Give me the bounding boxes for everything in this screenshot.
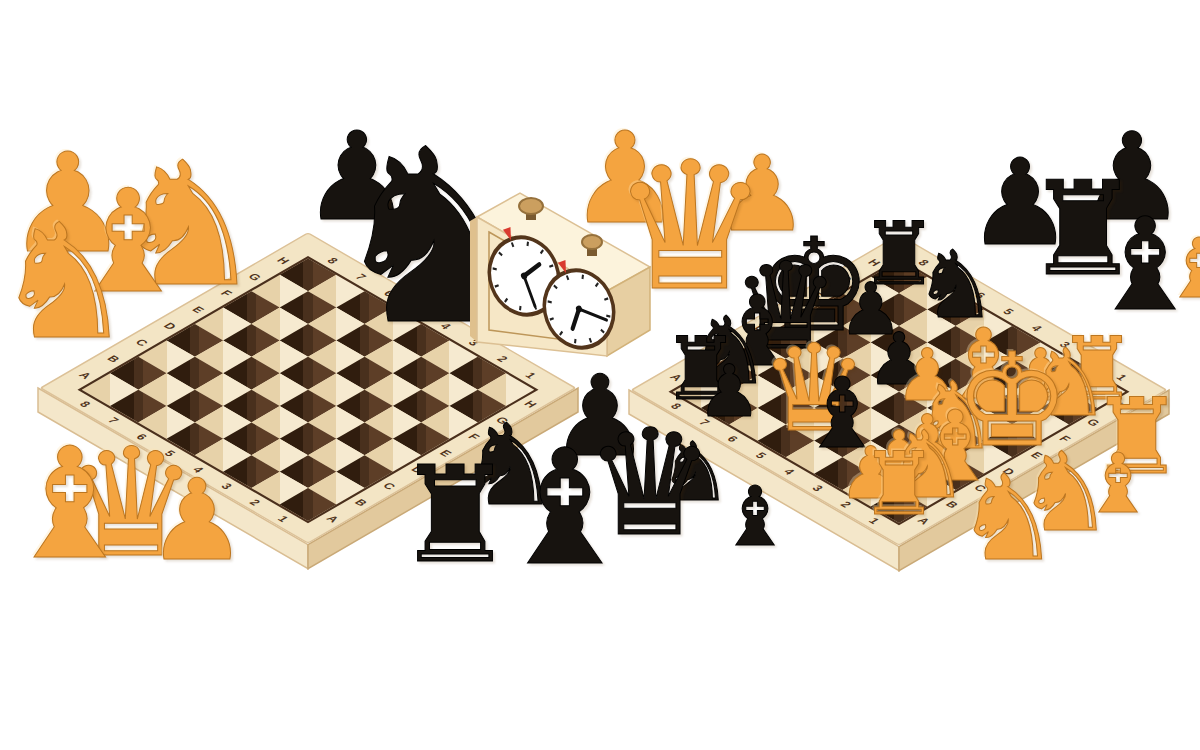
scattered-piece-black-bishop-22: ♝ <box>718 483 792 550</box>
clock-left-sliver <box>470 217 477 342</box>
piece-white-rook-a1: ♜ <box>860 449 938 520</box>
scattered-piece-white-knight-26: ♞ <box>955 470 1061 567</box>
scattered-piece-white-bishop-4: ♝ <box>1 442 138 567</box>
scattered-piece-white-pawn-6: ♟ <box>147 475 247 567</box>
clock-right-plunger <box>582 235 602 249</box>
clock-left-plunger <box>519 198 543 214</box>
illustration-canvas: AA11BB22CC33DD44EE55FF66GG77HH88AA11BB22… <box>0 0 1200 750</box>
scattered-piece-black-bishop-18: ♝ <box>494 443 637 573</box>
